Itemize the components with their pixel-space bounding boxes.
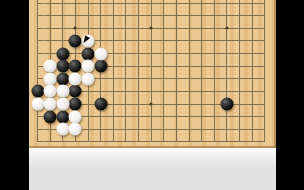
board-cell[interactable]	[94, 9, 107, 22]
board-cell[interactable]	[208, 9, 221, 22]
board-cell[interactable]	[195, 60, 208, 73]
board-cell[interactable]	[208, 110, 221, 123]
board-cell[interactable]	[44, 136, 57, 148]
board-cell[interactable]	[132, 60, 145, 73]
board-cell[interactable]	[208, 60, 221, 73]
board-cell[interactable]	[170, 60, 183, 73]
board-cell[interactable]	[132, 72, 145, 85]
white-stone	[31, 98, 44, 111]
board-cell[interactable]	[56, 22, 69, 35]
black-stone	[56, 110, 69, 123]
black-stone	[31, 85, 44, 98]
board-cell[interactable]	[221, 123, 234, 136]
board-cell[interactable]	[258, 0, 271, 9]
board-cell[interactable]	[183, 47, 196, 60]
white-stone	[56, 123, 69, 136]
board-cell[interactable]	[145, 0, 158, 9]
board-cell[interactable]	[170, 72, 183, 85]
board-cell[interactable]	[195, 47, 208, 60]
board-cell[interactable]	[120, 85, 133, 98]
board-cell[interactable]	[157, 0, 170, 9]
board-cell[interactable]	[82, 98, 95, 111]
black-stone	[44, 110, 57, 123]
go-board[interactable]	[29, 0, 276, 148]
board-cell[interactable]	[107, 60, 120, 73]
board-cell[interactable]	[132, 47, 145, 60]
board-cell[interactable]	[195, 0, 208, 9]
board-cell[interactable]	[94, 22, 107, 35]
board-cell[interactable]	[44, 22, 57, 35]
board-cell[interactable]	[208, 98, 221, 111]
board-cell[interactable]	[157, 35, 170, 48]
board-cell[interactable]	[157, 85, 170, 98]
board-cell[interactable]	[132, 85, 145, 98]
board-cell[interactable]	[221, 85, 234, 98]
board-cell[interactable]	[31, 0, 44, 9]
board-cell[interactable]	[258, 123, 271, 136]
board-cell[interactable]	[69, 0, 82, 9]
board-cell[interactable]	[195, 123, 208, 136]
board-cell[interactable]	[233, 123, 246, 136]
board-cell[interactable]	[246, 85, 259, 98]
board-cell[interactable]	[157, 47, 170, 60]
board-cell[interactable]	[107, 35, 120, 48]
board-cell[interactable]	[94, 136, 107, 148]
board-cell[interactable]	[157, 136, 170, 148]
board-cell[interactable]	[120, 98, 133, 111]
star-point	[150, 27, 153, 30]
board-cell[interactable]	[183, 9, 196, 22]
board-cell[interactable]	[145, 136, 158, 148]
board-cell[interactable]	[246, 110, 259, 123]
board-cell[interactable]	[31, 35, 44, 48]
board-cell[interactable]	[183, 98, 196, 111]
board-cell[interactable]	[31, 47, 44, 60]
board-cell[interactable]	[69, 9, 82, 22]
board-cell[interactable]	[221, 35, 234, 48]
board-cell[interactable]	[258, 85, 271, 98]
board-cell[interactable]	[233, 47, 246, 60]
board-cell[interactable]	[221, 0, 234, 9]
board-cell[interactable]	[107, 136, 120, 148]
last-move-marker	[82, 34, 95, 47]
board-cell[interactable]	[170, 85, 183, 98]
board-cell[interactable]	[170, 123, 183, 136]
board-cell[interactable]	[94, 110, 107, 123]
board-cell[interactable]	[120, 136, 133, 148]
board-cell[interactable]	[246, 9, 259, 22]
board-cell[interactable]	[195, 98, 208, 111]
board-cell[interactable]	[208, 72, 221, 85]
board-cell[interactable]	[258, 22, 271, 35]
white-stone	[44, 60, 57, 73]
board-cell[interactable]	[208, 136, 221, 148]
board-cell[interactable]	[183, 136, 196, 148]
board-cell[interactable]	[132, 123, 145, 136]
board-cell[interactable]	[233, 72, 246, 85]
board-cell[interactable]	[69, 47, 82, 60]
board-cell[interactable]	[31, 136, 44, 148]
board-cell[interactable]	[132, 110, 145, 123]
board-cell[interactable]	[221, 60, 234, 73]
board-cell[interactable]	[82, 85, 95, 98]
board-cell[interactable]	[195, 9, 208, 22]
board-cell[interactable]	[221, 47, 234, 60]
board-cell[interactable]	[132, 22, 145, 35]
black-stone	[94, 60, 107, 73]
board-cell[interactable]	[107, 22, 120, 35]
white-stone	[82, 34, 95, 47]
board-cell[interactable]	[56, 0, 69, 9]
white-stone	[69, 123, 82, 136]
board-cell[interactable]	[132, 0, 145, 9]
board-cell[interactable]	[31, 72, 44, 85]
board-cell[interactable]	[44, 47, 57, 60]
white-stone	[82, 60, 95, 73]
white-stone	[69, 110, 82, 123]
board-cell[interactable]	[170, 47, 183, 60]
board-cell[interactable]	[145, 110, 158, 123]
board-cell[interactable]	[145, 9, 158, 22]
board-cell[interactable]	[94, 85, 107, 98]
board-cell[interactable]	[233, 35, 246, 48]
black-stone	[69, 34, 82, 47]
board-cell[interactable]	[145, 35, 158, 48]
board-cell[interactable]	[195, 72, 208, 85]
white-stone	[44, 98, 57, 111]
black-stone	[94, 98, 107, 111]
board-cell[interactable]	[69, 136, 82, 148]
board-cell[interactable]	[258, 98, 271, 111]
board-cell[interactable]	[170, 110, 183, 123]
board-cell[interactable]	[56, 35, 69, 48]
board-cell[interactable]	[183, 60, 196, 73]
bottom-panel	[29, 148, 276, 190]
board-cell[interactable]	[183, 123, 196, 136]
board-cell[interactable]	[233, 110, 246, 123]
board-cell[interactable]	[145, 47, 158, 60]
board-cell[interactable]	[145, 60, 158, 73]
board-cell[interactable]	[183, 35, 196, 48]
board-cell[interactable]	[31, 9, 44, 22]
white-stone	[56, 85, 69, 98]
board-cell[interactable]	[31, 123, 44, 136]
black-stone	[69, 85, 82, 98]
board-cell[interactable]	[233, 60, 246, 73]
board-cell[interactable]	[120, 22, 133, 35]
board-cell[interactable]	[56, 136, 69, 148]
board-cell[interactable]	[120, 72, 133, 85]
board-cell[interactable]	[132, 98, 145, 111]
black-stone	[56, 60, 69, 73]
board-cell[interactable]	[157, 22, 170, 35]
board-cell[interactable]	[195, 85, 208, 98]
board-cell[interactable]	[120, 47, 133, 60]
board-cell[interactable]	[170, 22, 183, 35]
board-cell[interactable]	[157, 72, 170, 85]
board-cell[interactable]	[107, 123, 120, 136]
board-cell[interactable]	[31, 60, 44, 73]
board-cell[interactable]	[233, 136, 246, 148]
board-cell[interactable]	[170, 9, 183, 22]
board-cell[interactable]	[258, 35, 271, 48]
board-cell[interactable]	[157, 110, 170, 123]
board-cell[interactable]	[120, 35, 133, 48]
video-frame	[0, 0, 304, 190]
white-stone	[44, 72, 57, 85]
board-cell[interactable]	[170, 98, 183, 111]
board-cell[interactable]	[170, 0, 183, 9]
board-cell[interactable]	[195, 22, 208, 35]
letterbox-left	[0, 0, 29, 190]
board-cell[interactable]	[221, 110, 234, 123]
board-cell[interactable]	[44, 0, 57, 9]
white-stone	[69, 72, 82, 85]
board-cell[interactable]	[82, 22, 95, 35]
white-stone	[82, 72, 95, 85]
board-cell[interactable]	[82, 123, 95, 136]
board-cell[interactable]	[208, 35, 221, 48]
board-cell[interactable]	[94, 35, 107, 48]
board-cell[interactable]	[183, 110, 196, 123]
board-cell[interactable]	[183, 0, 196, 9]
board-cell[interactable]	[258, 110, 271, 123]
board-cell[interactable]	[233, 85, 246, 98]
board-cell[interactable]	[120, 110, 133, 123]
board-cell[interactable]	[120, 9, 133, 22]
board-cell[interactable]	[208, 85, 221, 98]
board-cell[interactable]	[82, 110, 95, 123]
board-cell[interactable]	[44, 9, 57, 22]
black-stone	[56, 47, 69, 60]
board-cell[interactable]	[31, 110, 44, 123]
board-cell[interactable]	[107, 72, 120, 85]
board-cell[interactable]	[246, 98, 259, 111]
board-cell[interactable]	[208, 47, 221, 60]
black-stone	[56, 72, 69, 85]
board-cell[interactable]	[82, 136, 95, 148]
white-stone	[56, 98, 69, 111]
board-cell[interactable]	[132, 136, 145, 148]
board-cell[interactable]	[208, 22, 221, 35]
board-cell[interactable]	[195, 136, 208, 148]
board-cell[interactable]	[120, 0, 133, 9]
board-cell[interactable]	[107, 47, 120, 60]
board-cell[interactable]	[157, 98, 170, 111]
board-cell[interactable]	[183, 22, 196, 35]
board-cell[interactable]	[233, 98, 246, 111]
board-cell[interactable]	[120, 60, 133, 73]
board-cell[interactable]	[233, 0, 246, 9]
board-cell[interactable]	[94, 0, 107, 9]
board-cell[interactable]	[44, 123, 57, 136]
board-cell[interactable]	[132, 35, 145, 48]
board-cell[interactable]	[183, 85, 196, 98]
board-cell[interactable]	[157, 60, 170, 73]
board-cell[interactable]	[94, 72, 107, 85]
star-point	[226, 27, 229, 30]
board-cell[interactable]	[120, 123, 133, 136]
board-cell[interactable]	[258, 47, 271, 60]
board-cell[interactable]	[221, 72, 234, 85]
board-cell[interactable]	[107, 85, 120, 98]
board-cell[interactable]	[157, 123, 170, 136]
letterbox-right	[276, 0, 304, 190]
board-cell[interactable]	[170, 136, 183, 148]
board-cell[interactable]	[221, 9, 234, 22]
board-cell[interactable]	[132, 9, 145, 22]
board-cell[interactable]	[145, 85, 158, 98]
board-cell[interactable]	[246, 0, 259, 9]
board-cell[interactable]	[145, 123, 158, 136]
board-cell[interactable]	[258, 136, 271, 148]
board-cell[interactable]	[246, 72, 259, 85]
board-cell[interactable]	[208, 123, 221, 136]
board-cell[interactable]	[31, 22, 44, 35]
board-cell[interactable]	[82, 9, 95, 22]
board-cell[interactable]	[170, 35, 183, 48]
board-cell[interactable]	[145, 72, 158, 85]
board-cell[interactable]	[246, 47, 259, 60]
board-cell[interactable]	[246, 35, 259, 48]
board-cell[interactable]	[221, 136, 234, 148]
board-cell[interactable]	[107, 9, 120, 22]
board-cell[interactable]	[195, 110, 208, 123]
white-stone	[94, 47, 107, 60]
board-cell[interactable]	[246, 136, 259, 148]
black-stone	[82, 47, 95, 60]
board-cell[interactable]	[246, 22, 259, 35]
board-cell[interactable]	[94, 123, 107, 136]
board-cell[interactable]	[258, 72, 271, 85]
board-cell[interactable]	[258, 60, 271, 73]
black-stone	[221, 98, 234, 111]
board-cell[interactable]	[195, 35, 208, 48]
board-cell[interactable]	[157, 9, 170, 22]
black-stone	[69, 98, 82, 111]
board-cell[interactable]	[246, 60, 259, 73]
board-cell[interactable]	[107, 110, 120, 123]
black-stone	[69, 60, 82, 73]
board-cell[interactable]	[82, 0, 95, 9]
board-cell[interactable]	[233, 22, 246, 35]
board-cell[interactable]	[258, 9, 271, 22]
board-cell[interactable]	[44, 35, 57, 48]
board-cell[interactable]	[107, 0, 120, 9]
board-cell[interactable]	[183, 72, 196, 85]
board-cell[interactable]	[56, 9, 69, 22]
board-cell[interactable]	[246, 123, 259, 136]
star-point	[74, 27, 77, 30]
board-cell[interactable]	[233, 9, 246, 22]
board-cell[interactable]	[208, 0, 221, 9]
board-cell[interactable]	[107, 98, 120, 111]
white-stone	[44, 85, 57, 98]
star-point	[150, 103, 153, 106]
